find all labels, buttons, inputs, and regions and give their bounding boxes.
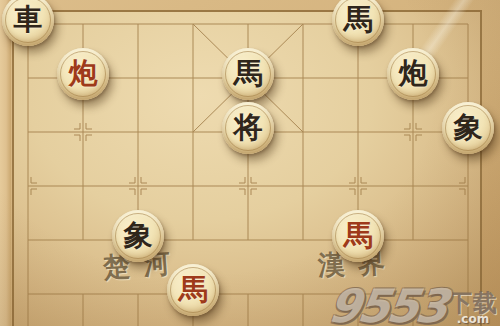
board[interactable]: 車馬炮馬炮将象象馬馬 <box>1 0 496 326</box>
piece-black-horse[interactable]: 馬 <box>222 48 274 100</box>
piece-glyph: 象 <box>124 221 153 250</box>
piece-glyph: 象 <box>454 113 483 142</box>
piece-glyph: 炮 <box>69 59 98 88</box>
piece-red-cannon[interactable]: 炮 <box>57 48 109 100</box>
piece-black-chariot[interactable]: 車 <box>2 0 54 46</box>
piece-black-elephant[interactable]: 象 <box>112 210 164 262</box>
piece-black-general[interactable]: 将 <box>222 102 274 154</box>
piece-black-horse[interactable]: 馬 <box>332 0 384 46</box>
piece-glyph: 馬 <box>344 221 373 250</box>
piece-red-horse[interactable]: 馬 <box>167 264 219 316</box>
piece-red-horse[interactable]: 馬 <box>332 210 384 262</box>
piece-glyph: 炮 <box>399 59 428 88</box>
piece-black-cannon[interactable]: 炮 <box>387 48 439 100</box>
piece-glyph: 馬 <box>234 59 263 88</box>
piece-glyph: 馬 <box>344 5 373 34</box>
piece-glyph: 馬 <box>179 275 208 304</box>
xiangqi-board-screenshot: 楚河 漢界 車馬炮馬炮将象象馬馬 9553 下载 .com <box>0 0 500 326</box>
piece-glyph: 車 <box>14 5 43 34</box>
piece-glyph: 将 <box>234 113 263 142</box>
piece-black-elephant[interactable]: 象 <box>442 102 494 154</box>
